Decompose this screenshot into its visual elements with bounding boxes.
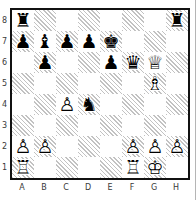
file-labels: ABCDEFGH [11,183,187,192]
square-e3[interactable] [100,115,122,136]
square-a8[interactable]: ♜ [12,10,34,31]
square-e7[interactable]: ♚ [100,31,122,52]
square-a7[interactable]: ♟ [12,31,34,52]
square-d2[interactable] [78,136,100,157]
square-g3[interactable] [144,115,166,136]
square-d6[interactable] [78,52,100,73]
square-f3[interactable] [122,115,144,136]
square-e2[interactable] [100,136,122,157]
black-queen: ♛ [122,52,144,73]
square-c6[interactable] [56,52,78,73]
square-a1[interactable]: ♖ [12,157,34,178]
square-b3[interactable] [34,115,56,136]
square-c7[interactable]: ♟ [56,31,78,52]
white-king: ♔ [144,157,166,178]
file-label-f: F [121,183,143,192]
black-pawn: ♟ [12,31,34,52]
file-label-d: D [77,183,99,192]
square-e8[interactable] [100,10,122,31]
black-king: ♚ [100,31,122,52]
square-c5[interactable] [56,73,78,94]
square-g8[interactable] [144,10,166,31]
square-f4[interactable] [122,94,144,115]
square-e4[interactable] [100,94,122,115]
square-d8[interactable] [78,10,100,31]
square-e1[interactable] [100,157,122,178]
square-g4[interactable] [144,94,166,115]
square-c3[interactable] [56,115,78,136]
rank-label-1: 1 [0,157,9,178]
black-pawn: ♟ [78,31,100,52]
rank-label-3: 3 [0,115,9,136]
white-pawn: ♙ [122,136,144,157]
square-a6[interactable] [12,52,34,73]
square-b8[interactable] [34,10,56,31]
file-label-e: E [99,183,121,192]
square-d5[interactable] [78,73,100,94]
square-g6[interactable]: ♕ [144,52,166,73]
square-a2[interactable]: ♙ [12,136,34,157]
square-b1[interactable] [34,157,56,178]
file-label-a: A [11,183,33,192]
black-pawn: ♟ [34,52,56,73]
square-h6[interactable] [166,52,188,73]
file-label-h: H [165,183,187,192]
square-f8[interactable] [122,10,144,31]
white-queen: ♕ [144,52,166,73]
square-d3[interactable] [78,115,100,136]
square-f7[interactable] [122,31,144,52]
square-c8[interactable] [56,10,78,31]
rank-label-5: 5 [0,73,9,94]
rank-label-2: 2 [0,136,9,157]
square-b7[interactable]: ♝ [34,31,56,52]
file-label-c: C [55,183,77,192]
white-bishop: ♗ [144,73,166,94]
chess-diagram: 87654321 ♜♜♟♝♟♟♚♟♟♛♕♗♙♞♙♙♙♙♙♖♖♔ ABCDEFGH [0,0,196,200]
square-g7[interactable] [144,31,166,52]
square-d7[interactable]: ♟ [78,31,100,52]
white-rook: ♖ [12,157,34,178]
square-h5[interactable] [166,73,188,94]
rank-label-8: 8 [0,10,9,31]
square-b2[interactable]: ♙ [34,136,56,157]
rank-label-6: 6 [0,52,9,73]
black-pawn: ♟ [100,52,122,73]
black-pawn: ♟ [56,31,78,52]
rank-label-4: 4 [0,94,9,115]
square-h7[interactable] [166,31,188,52]
square-a3[interactable] [12,115,34,136]
black-knight: ♞ [78,94,100,115]
white-pawn: ♙ [12,136,34,157]
square-h1[interactable] [166,157,188,178]
square-f5[interactable] [122,73,144,94]
white-pawn: ♙ [144,136,166,157]
square-h3[interactable] [166,115,188,136]
file-label-g: G [143,183,165,192]
square-e6[interactable]: ♟ [100,52,122,73]
chess-board: ♜♜♟♝♟♟♚♟♟♛♕♗♙♞♙♙♙♙♙♖♖♔ [12,10,188,178]
square-g1[interactable]: ♔ [144,157,166,178]
square-g2[interactable]: ♙ [144,136,166,157]
square-f1[interactable]: ♖ [122,157,144,178]
square-c4[interactable]: ♙ [56,94,78,115]
square-h8[interactable]: ♜ [166,10,188,31]
square-h4[interactable] [166,94,188,115]
file-label-b: B [33,183,55,192]
square-b5[interactable] [34,73,56,94]
square-e5[interactable] [100,73,122,94]
board-frame: ♜♜♟♝♟♟♚♟♟♛♕♗♙♞♙♙♙♙♙♖♖♔ [10,8,190,180]
white-pawn: ♙ [56,94,78,115]
square-h2[interactable]: ♙ [166,136,188,157]
square-d4[interactable]: ♞ [78,94,100,115]
square-c1[interactable] [56,157,78,178]
square-b4[interactable] [34,94,56,115]
square-c2[interactable] [56,136,78,157]
white-pawn: ♙ [166,136,188,157]
square-f2[interactable]: ♙ [122,136,144,157]
square-a4[interactable] [12,94,34,115]
square-g5[interactable]: ♗ [144,73,166,94]
white-pawn: ♙ [34,136,56,157]
white-rook: ♖ [122,157,144,178]
square-d1[interactable] [78,157,100,178]
black-rook: ♜ [166,10,188,31]
rank-label-7: 7 [0,31,9,52]
black-bishop: ♝ [34,31,56,52]
square-b6[interactable]: ♟ [34,52,56,73]
black-rook: ♜ [12,10,34,31]
square-f6[interactable]: ♛ [122,52,144,73]
square-a5[interactable] [12,73,34,94]
rank-labels: 87654321 [0,10,9,178]
